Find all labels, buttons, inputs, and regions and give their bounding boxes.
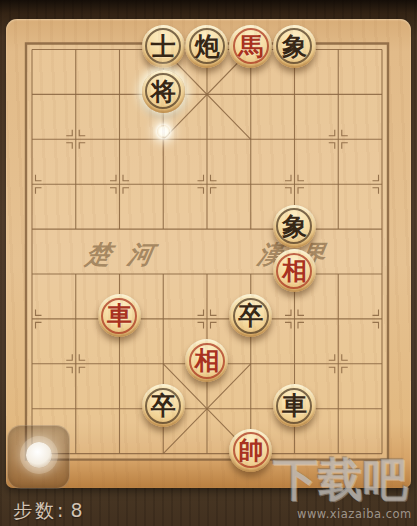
steps-label: 步数: (13, 499, 66, 521)
piece-glyph: 将 (142, 70, 185, 113)
piece-red-elephant[interactable]: 相 (273, 249, 316, 292)
piece-glyph: 馬 (229, 25, 272, 68)
piece-black-cannon[interactable]: 炮 (185, 25, 228, 68)
piece-glyph: 相 (185, 339, 228, 382)
piece-black-general[interactable]: 将 (142, 70, 185, 113)
piece-red-elephant[interactable]: 相 (185, 339, 228, 382)
board-grid: 士炮馬象将象相車卒相卒車帥 (10, 27, 404, 476)
piece-red-horse[interactable]: 馬 (229, 25, 272, 68)
xiangqi-board: 楚河 漢界 士炮馬象将象相車卒相卒車帥 (6, 19, 411, 488)
piece-black-soldier[interactable]: 卒 (142, 384, 185, 427)
piece-black-soldier[interactable]: 卒 (229, 294, 272, 337)
hint-ball-button[interactable] (7, 425, 70, 489)
piece-glyph: 炮 (185, 25, 228, 68)
piece-red-general[interactable]: 帥 (229, 429, 272, 472)
steps-value: 8 (70, 499, 82, 521)
status-bar: 步数:8 (13, 498, 83, 524)
piece-glyph: 士 (142, 25, 185, 68)
hint-ball-icon (26, 442, 52, 468)
piece-red-chariot[interactable]: 車 (98, 294, 141, 337)
piece-black-elephant[interactable]: 象 (273, 25, 316, 68)
piece-glyph: 車 (98, 294, 141, 337)
piece-glyph: 卒 (142, 384, 185, 427)
last-move-indicator (157, 125, 170, 138)
piece-glyph: 車 (273, 384, 316, 427)
piece-glyph: 相 (273, 249, 316, 292)
piece-glyph: 象 (273, 205, 316, 248)
piece-black-elephant[interactable]: 象 (273, 205, 316, 248)
watermark-url: www.xiazaiba.com (297, 507, 412, 521)
piece-black-advisor[interactable]: 士 (142, 25, 185, 68)
piece-glyph: 象 (273, 25, 316, 68)
piece-glyph: 帥 (229, 429, 272, 472)
piece-glyph: 卒 (229, 294, 272, 337)
piece-black-chariot[interactable]: 車 (273, 384, 316, 427)
